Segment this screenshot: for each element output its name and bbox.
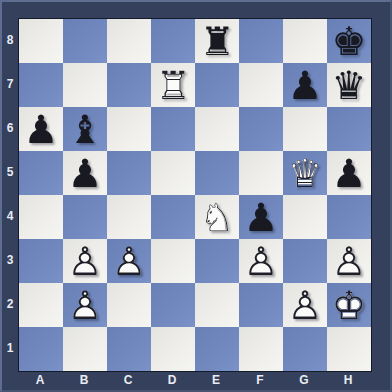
rank-label-6: 6 <box>2 106 18 150</box>
square-a5[interactable] <box>19 151 63 195</box>
square-c7[interactable] <box>107 63 151 107</box>
square-h1[interactable] <box>327 327 371 371</box>
square-g2[interactable]: ♟♙ <box>283 283 327 327</box>
black-king[interactable]: ♚ <box>327 19 371 63</box>
file-label-b: B <box>62 371 106 390</box>
piece-outline: ♙ <box>327 239 371 283</box>
black-rook[interactable]: ♜ <box>195 19 239 63</box>
file-label-c: C <box>106 371 150 390</box>
square-a2[interactable] <box>19 283 63 327</box>
square-d3[interactable] <box>151 239 195 283</box>
square-g3[interactable] <box>283 239 327 283</box>
chess-board-frame: 87654321 ♜♚♜♖♟♛♟♝♟♛♕♟♞♘♟♟♙♟♙♟♙♟♙♟♙♟♙♚♔ A… <box>0 0 392 392</box>
file-label-d: D <box>150 371 194 390</box>
square-a1[interactable] <box>19 327 63 371</box>
square-h2[interactable]: ♚♔ <box>327 283 371 327</box>
black-queen[interactable]: ♛ <box>327 63 371 107</box>
square-c8[interactable] <box>107 19 151 63</box>
square-e2[interactable] <box>195 283 239 327</box>
chess-board[interactable]: ♜♚♜♖♟♛♟♝♟♛♕♟♞♘♟♟♙♟♙♟♙♟♙♟♙♟♙♚♔ <box>18 18 372 372</box>
square-b7[interactable] <box>63 63 107 107</box>
square-b1[interactable] <box>63 327 107 371</box>
square-g5[interactable]: ♛♕ <box>283 151 327 195</box>
white-rook[interactable]: ♜♖ <box>151 63 195 107</box>
piece-outline: ♙ <box>107 239 151 283</box>
square-h7[interactable]: ♛ <box>327 63 371 107</box>
piece-fill: ♟ <box>283 63 327 107</box>
square-c4[interactable] <box>107 195 151 239</box>
white-pawn[interactable]: ♟♙ <box>283 283 327 327</box>
piece-fill: ♟ <box>327 151 371 195</box>
rank-label-5: 5 <box>2 150 18 194</box>
piece-fill: ♝ <box>63 107 107 151</box>
square-d2[interactable] <box>151 283 195 327</box>
white-pawn[interactable]: ♟♙ <box>63 283 107 327</box>
piece-outline: ♙ <box>239 239 283 283</box>
square-d8[interactable] <box>151 19 195 63</box>
piece-outline: ♘ <box>195 195 239 239</box>
rank-label-4: 4 <box>2 194 18 238</box>
square-e1[interactable] <box>195 327 239 371</box>
square-g4[interactable] <box>283 195 327 239</box>
square-f5[interactable] <box>239 151 283 195</box>
square-e4[interactable]: ♞♘ <box>195 195 239 239</box>
piece-fill: ♟ <box>19 107 63 151</box>
rank-label-2: 2 <box>2 282 18 326</box>
piece-fill: ♛ <box>327 63 371 107</box>
piece-outline: ♔ <box>327 283 371 327</box>
square-h6[interactable] <box>327 107 371 151</box>
white-pawn[interactable]: ♟♙ <box>327 239 371 283</box>
white-pawn[interactable]: ♟♙ <box>107 239 151 283</box>
piece-outline: ♕ <box>283 151 327 195</box>
square-h5[interactable]: ♟ <box>327 151 371 195</box>
white-queen[interactable]: ♛♕ <box>283 151 327 195</box>
black-pawn[interactable]: ♟ <box>239 195 283 239</box>
square-c5[interactable] <box>107 151 151 195</box>
file-labels: ABCDEFGH <box>18 371 372 390</box>
file-label-h: H <box>326 371 370 390</box>
square-b6[interactable]: ♝ <box>63 107 107 151</box>
square-f6[interactable] <box>239 107 283 151</box>
piece-outline: ♖ <box>151 63 195 107</box>
black-pawn[interactable]: ♟ <box>63 151 107 195</box>
square-g8[interactable] <box>283 19 327 63</box>
square-a8[interactable] <box>19 19 63 63</box>
square-c3[interactable]: ♟♙ <box>107 239 151 283</box>
square-c6[interactable] <box>107 107 151 151</box>
square-f2[interactable] <box>239 283 283 327</box>
square-e8[interactable]: ♜ <box>195 19 239 63</box>
black-pawn[interactable]: ♟ <box>283 63 327 107</box>
rank-label-3: 3 <box>2 238 18 282</box>
square-d6[interactable] <box>151 107 195 151</box>
square-b8[interactable] <box>63 19 107 63</box>
square-d4[interactable] <box>151 195 195 239</box>
file-label-a: A <box>18 371 62 390</box>
rank-labels: 87654321 <box>2 18 18 370</box>
piece-fill: ♜ <box>195 19 239 63</box>
square-b4[interactable] <box>63 195 107 239</box>
square-a3[interactable] <box>19 239 63 283</box>
square-f8[interactable] <box>239 19 283 63</box>
black-pawn[interactable]: ♟ <box>327 151 371 195</box>
file-label-f: F <box>238 371 282 390</box>
white-pawn[interactable]: ♟♙ <box>239 239 283 283</box>
black-pawn[interactable]: ♟ <box>19 107 63 151</box>
square-f7[interactable] <box>239 63 283 107</box>
square-g1[interactable] <box>283 327 327 371</box>
square-f3[interactable]: ♟♙ <box>239 239 283 283</box>
rank-label-1: 1 <box>2 326 18 370</box>
file-label-e: E <box>194 371 238 390</box>
square-b2[interactable]: ♟♙ <box>63 283 107 327</box>
square-c1[interactable] <box>107 327 151 371</box>
square-a7[interactable] <box>19 63 63 107</box>
square-a4[interactable] <box>19 195 63 239</box>
square-d7[interactable]: ♜♖ <box>151 63 195 107</box>
square-h4[interactable] <box>327 195 371 239</box>
black-bishop[interactable]: ♝ <box>63 107 107 151</box>
square-h3[interactable]: ♟♙ <box>327 239 371 283</box>
piece-outline: ♙ <box>63 239 107 283</box>
white-king[interactable]: ♚♔ <box>327 283 371 327</box>
square-a6[interactable]: ♟ <box>19 107 63 151</box>
square-d1[interactable] <box>151 327 195 371</box>
square-e6[interactable] <box>195 107 239 151</box>
piece-fill: ♟ <box>63 151 107 195</box>
rank-label-7: 7 <box>2 62 18 106</box>
file-label-g: G <box>282 371 326 390</box>
square-d5[interactable] <box>151 151 195 195</box>
piece-outline: ♙ <box>63 283 107 327</box>
square-f1[interactable] <box>239 327 283 371</box>
white-knight[interactable]: ♞♘ <box>195 195 239 239</box>
piece-fill: ♚ <box>327 19 371 63</box>
square-e5[interactable] <box>195 151 239 195</box>
square-c2[interactable] <box>107 283 151 327</box>
square-g7[interactable]: ♟ <box>283 63 327 107</box>
piece-outline: ♙ <box>283 283 327 327</box>
square-b5[interactable]: ♟ <box>63 151 107 195</box>
piece-fill: ♟ <box>239 195 283 239</box>
rank-label-8: 8 <box>2 18 18 62</box>
square-e7[interactable] <box>195 63 239 107</box>
white-pawn[interactable]: ♟♙ <box>63 239 107 283</box>
square-f4[interactable]: ♟ <box>239 195 283 239</box>
square-h8[interactable]: ♚ <box>327 19 371 63</box>
square-b3[interactable]: ♟♙ <box>63 239 107 283</box>
square-e3[interactable] <box>195 239 239 283</box>
square-g6[interactable] <box>283 107 327 151</box>
